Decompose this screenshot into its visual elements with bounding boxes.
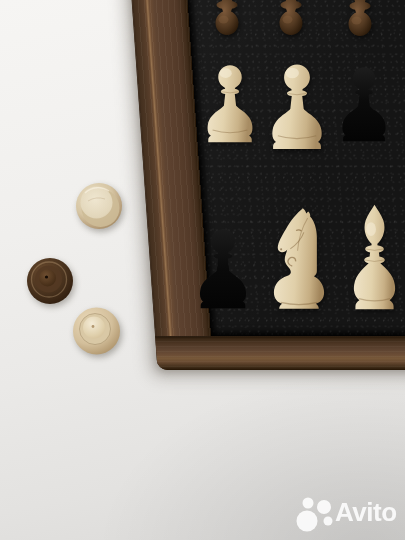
light-knight-row2 (271, 206, 327, 311)
loose-dark-pawn-top-view (26, 256, 74, 306)
empty-pawn-cutout-row2 (198, 226, 248, 312)
chess-case (126, 0, 405, 370)
watermark-text: Avito (335, 492, 397, 532)
dark-pawn-head-down-2 (276, 0, 306, 39)
case-frame-bottom (155, 336, 405, 370)
empty-pawn-cutout-row1 (340, 66, 388, 143)
product-photo: Avito (0, 0, 405, 540)
light-bishop-row2 (352, 203, 397, 314)
avito-logo-icon (291, 492, 333, 532)
dark-pawn-head-down-1 (212, 0, 242, 39)
loose-light-pawn-upside-down (73, 179, 123, 231)
light-pawn-row1-slot2 (269, 63, 325, 151)
avito-watermark: Avito (291, 492, 397, 532)
loose-light-pawn-top-view (72, 306, 121, 356)
light-pawn-row1-slot1 (204, 64, 256, 144)
dark-pawn-head-down-3 (345, 0, 375, 40)
